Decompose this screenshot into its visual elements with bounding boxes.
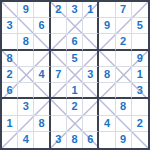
given-digit: 6 bbox=[71, 36, 77, 47]
sudoku-cell-r3c4[interactable] bbox=[51, 34, 67, 50]
sudoku-cell-r7c1[interactable] bbox=[2, 99, 18, 115]
sudoku-cell-r5c4[interactable]: 7 bbox=[51, 67, 67, 83]
sudoku-cell-r2c4[interactable] bbox=[51, 18, 67, 34]
sudoku-cell-r7c2[interactable]: 3 bbox=[18, 99, 34, 115]
sudoku-cell-r9c3[interactable] bbox=[34, 132, 50, 148]
given-digit: 2 bbox=[7, 69, 13, 80]
sudoku-cell-r6c9[interactable]: 3 bbox=[132, 83, 148, 99]
sudoku-cell-r7c8[interactable]: 8 bbox=[116, 99, 132, 115]
sudoku-cell-r6c2[interactable] bbox=[18, 83, 34, 99]
sudoku-cell-r8c6[interactable] bbox=[83, 116, 99, 132]
sudoku-cell-r8c1[interactable]: 1 bbox=[2, 116, 18, 132]
sudoku-cell-r1c6[interactable]: 1 bbox=[83, 2, 99, 18]
sudoku-cell-r4c8[interactable] bbox=[116, 51, 132, 67]
sudoku-cell-r6c3[interactable] bbox=[34, 83, 50, 99]
sudoku-cell-r4c1[interactable]: 8 bbox=[2, 51, 18, 67]
given-digit: 4 bbox=[23, 134, 29, 145]
sudoku-cell-r6c4[interactable] bbox=[51, 83, 67, 99]
sudoku-cell-r4c6[interactable] bbox=[83, 51, 99, 67]
sudoku-cell-r8c3[interactable]: 8 bbox=[34, 116, 50, 132]
sudoku-cell-r1c7[interactable] bbox=[99, 2, 115, 18]
given-digit: 1 bbox=[71, 85, 77, 96]
given-digit: 3 bbox=[7, 20, 13, 31]
given-digit: 3 bbox=[71, 4, 77, 15]
sudoku-cell-r2c5[interactable] bbox=[67, 18, 83, 34]
sudoku-cell-r1c8[interactable]: 7 bbox=[116, 2, 132, 18]
sudoku-cell-r6c6[interactable] bbox=[83, 83, 99, 99]
sudoku-cell-r1c1[interactable] bbox=[2, 2, 18, 18]
sudoku-cell-r3c6[interactable] bbox=[83, 34, 99, 50]
sudoku-cell-r8c7[interactable]: 4 bbox=[99, 116, 115, 132]
given-digit: 9 bbox=[120, 134, 126, 145]
given-digit: 6 bbox=[38, 20, 44, 31]
sudoku-cell-r7c6[interactable] bbox=[83, 99, 99, 115]
sudoku-cell-r2c2[interactable] bbox=[18, 18, 34, 34]
given-digit: 8 bbox=[23, 36, 29, 47]
sudoku-cell-r4c9[interactable]: 9 bbox=[132, 51, 148, 67]
given-digit: 6 bbox=[87, 134, 93, 145]
given-digit: 2 bbox=[71, 101, 77, 112]
sudoku-cell-r9c2[interactable]: 4 bbox=[18, 132, 34, 148]
sudoku-cell-r5c9[interactable]: 1 bbox=[132, 67, 148, 83]
sudoku-cell-r9c8[interactable]: 9 bbox=[116, 132, 132, 148]
sudoku-cell-r2c9[interactable]: 5 bbox=[132, 18, 148, 34]
sudoku-cell-r2c8[interactable] bbox=[116, 18, 132, 34]
sudoku-cell-r9c5[interactable]: 8 bbox=[67, 132, 83, 148]
sudoku-cell-r9c4[interactable]: 3 bbox=[51, 132, 67, 148]
sudoku-cell-r3c9[interactable] bbox=[132, 34, 148, 50]
sudoku-cell-r5c5[interactable] bbox=[67, 67, 83, 83]
sudoku-cell-r6c5[interactable]: 1 bbox=[67, 83, 83, 99]
argyle-sudoku-page: 923173695862859247381613328184243869 bbox=[0, 0, 150, 150]
given-digit: 3 bbox=[137, 85, 143, 96]
sudoku-cell-r4c4[interactable] bbox=[51, 51, 67, 67]
given-digit: 1 bbox=[7, 118, 13, 129]
sudoku-cell-r6c1[interactable]: 6 bbox=[2, 83, 18, 99]
sudoku-cell-r3c3[interactable] bbox=[34, 34, 50, 50]
sudoku-cell-r4c3[interactable] bbox=[34, 51, 50, 67]
given-digit: 3 bbox=[23, 101, 29, 112]
sudoku-cell-r8c8[interactable] bbox=[116, 116, 132, 132]
sudoku-cell-r8c4[interactable] bbox=[51, 116, 67, 132]
given-digit: 1 bbox=[87, 4, 93, 15]
given-digit: 5 bbox=[71, 53, 77, 64]
given-digit: 8 bbox=[104, 69, 110, 80]
sudoku-cell-r4c7[interactable] bbox=[99, 51, 115, 67]
sudoku-cell-r3c2[interactable]: 8 bbox=[18, 34, 34, 50]
sudoku-cell-r2c3[interactable]: 6 bbox=[34, 18, 50, 34]
given-digit: 3 bbox=[55, 134, 61, 145]
sudoku-cell-r5c8[interactable] bbox=[116, 67, 132, 83]
given-digit: 4 bbox=[38, 69, 44, 80]
sudoku-cell-r1c4[interactable]: 2 bbox=[51, 2, 67, 18]
sudoku-cell-r8c2[interactable] bbox=[18, 116, 34, 132]
given-digit: 9 bbox=[23, 4, 29, 15]
sudoku-cell-r1c9[interactable] bbox=[132, 2, 148, 18]
sudoku-cell-r8c5[interactable] bbox=[67, 116, 83, 132]
sudoku-cell-r2c6[interactable] bbox=[83, 18, 99, 34]
sudoku-cell-r9c9[interactable] bbox=[132, 132, 148, 148]
sudoku-cell-r7c4[interactable] bbox=[51, 99, 67, 115]
given-digit: 1 bbox=[137, 69, 143, 80]
sudoku-cell-r1c3[interactable] bbox=[34, 2, 50, 18]
given-digit: 4 bbox=[104, 118, 110, 129]
sudoku-cell-r9c1[interactable] bbox=[2, 132, 18, 148]
given-digit: 9 bbox=[104, 20, 110, 31]
sudoku-cell-r7c7[interactable] bbox=[99, 99, 115, 115]
sudoku-cell-r7c5[interactable]: 2 bbox=[67, 99, 83, 115]
given-digit: 2 bbox=[55, 4, 61, 15]
sudoku-cell-r5c1[interactable]: 2 bbox=[2, 67, 18, 83]
given-digit: 6 bbox=[7, 85, 13, 96]
sudoku-cell-r6c7[interactable] bbox=[99, 83, 115, 99]
given-digit: 8 bbox=[120, 101, 126, 112]
given-digit: 8 bbox=[38, 118, 44, 129]
sudoku-cell-r3c1[interactable] bbox=[2, 34, 18, 50]
sudoku-cell-r5c2[interactable] bbox=[18, 67, 34, 83]
given-digit: 8 bbox=[71, 134, 77, 145]
sudoku-cell-r2c1[interactable]: 3 bbox=[2, 18, 18, 34]
sudoku-cell-r5c3[interactable]: 4 bbox=[34, 67, 50, 83]
sudoku-cell-r3c8[interactable]: 2 bbox=[116, 34, 132, 50]
sudoku-cell-r4c5[interactable]: 5 bbox=[67, 51, 83, 67]
sudoku-cell-r1c5[interactable]: 3 bbox=[67, 2, 83, 18]
sudoku-cell-r5c7[interactable]: 8 bbox=[99, 67, 115, 83]
given-digit: 7 bbox=[55, 69, 61, 80]
sudoku-cell-r4c2[interactable] bbox=[18, 51, 34, 67]
sudoku-cell-r2c7[interactable]: 9 bbox=[99, 18, 115, 34]
sudoku-cell-r3c5[interactable]: 6 bbox=[67, 34, 83, 50]
given-digit: 7 bbox=[120, 4, 126, 15]
sudoku-cell-r9c6[interactable]: 6 bbox=[83, 132, 99, 148]
sudoku-cell-r8c9[interactable]: 2 bbox=[132, 116, 148, 132]
sudoku-cell-r6c8[interactable] bbox=[116, 83, 132, 99]
given-digit: 3 bbox=[87, 69, 93, 80]
sudoku-cell-r9c7[interactable] bbox=[99, 132, 115, 148]
sudoku-cell-r3c7[interactable] bbox=[99, 34, 115, 50]
sudoku-cell-r1c2[interactable]: 9 bbox=[18, 2, 34, 18]
sudoku-cell-r5c6[interactable]: 3 bbox=[83, 67, 99, 83]
given-digit: 2 bbox=[137, 118, 143, 129]
given-digit: 9 bbox=[137, 53, 143, 64]
given-digit: 5 bbox=[137, 20, 143, 31]
sudoku-board: 923173695862859247381613328184243869 bbox=[0, 0, 150, 150]
sudoku-cell-r7c3[interactable] bbox=[34, 99, 50, 115]
given-digit: 2 bbox=[120, 36, 126, 47]
sudoku-cell-r7c9[interactable] bbox=[132, 99, 148, 115]
given-digit: 8 bbox=[7, 53, 13, 64]
